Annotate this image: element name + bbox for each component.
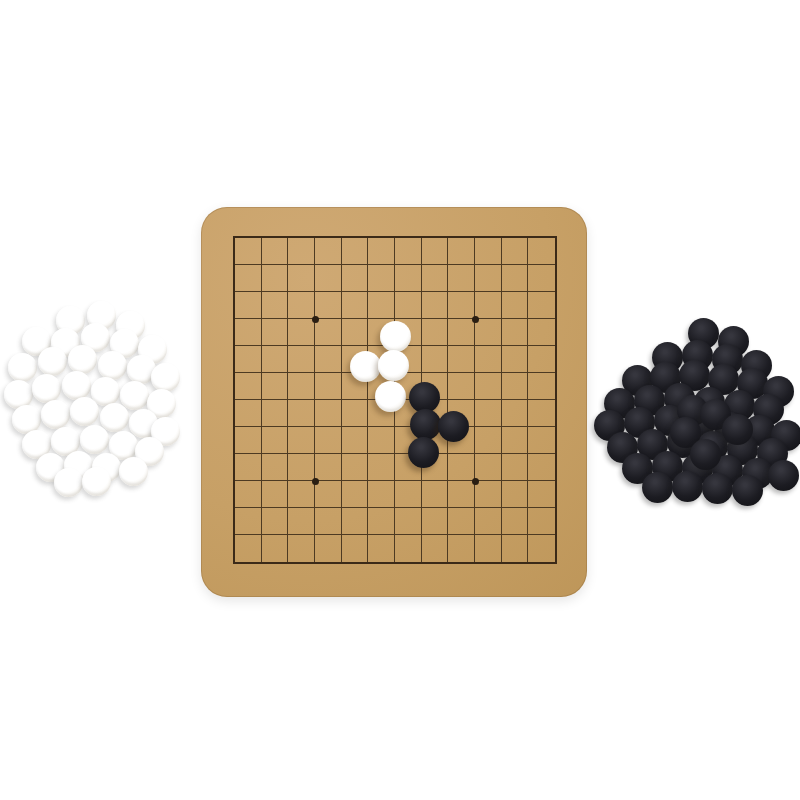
- board-cell: [528, 346, 555, 373]
- star-point: [312, 316, 319, 323]
- board-cell: [342, 427, 369, 454]
- board-cell: [528, 535, 555, 562]
- board-cell: [288, 346, 315, 373]
- board-cell: [395, 481, 422, 508]
- board-cell: [502, 481, 529, 508]
- board-cell: [528, 400, 555, 427]
- board-cell: [422, 481, 449, 508]
- board-cell: [288, 319, 315, 346]
- black-stone-pile: [597, 315, 797, 505]
- board-cell: [528, 373, 555, 400]
- board-cell: [315, 427, 342, 454]
- board-cell: [315, 400, 342, 427]
- board-cell: [502, 292, 529, 319]
- white-pile-stone: [120, 381, 149, 410]
- white-pile-stone: [82, 467, 111, 496]
- board-cell: [395, 292, 422, 319]
- board-cell: [528, 292, 555, 319]
- board-cell: [262, 535, 289, 562]
- board-cell: [368, 265, 395, 292]
- star-point: [472, 478, 479, 485]
- board-cell: [342, 319, 369, 346]
- board-cell: [262, 265, 289, 292]
- board-cell: [288, 373, 315, 400]
- board-cell: [422, 292, 449, 319]
- board-cell: [235, 373, 262, 400]
- board-cell: [288, 400, 315, 427]
- black-pile-stone: [722, 414, 753, 445]
- board-cell: [235, 427, 262, 454]
- board-cell: [288, 292, 315, 319]
- white-pile-stone: [8, 353, 37, 382]
- board-cell: [288, 454, 315, 481]
- board-cell: [448, 265, 475, 292]
- board-cell: [422, 535, 449, 562]
- board-cell: [315, 346, 342, 373]
- board-cell: [235, 346, 262, 373]
- board-cell: [342, 508, 369, 535]
- black-pile-stone: [672, 471, 703, 502]
- board-cell: [475, 481, 502, 508]
- board-cell: [315, 238, 342, 265]
- board-cell: [448, 508, 475, 535]
- board-cell: [235, 454, 262, 481]
- board-cell: [315, 535, 342, 562]
- star-point: [472, 316, 479, 323]
- board-cell: [475, 508, 502, 535]
- white-pile-stone: [68, 345, 97, 374]
- black-pile-stone: [732, 475, 763, 506]
- white-pile-stone: [119, 457, 148, 486]
- board-cell: [315, 481, 342, 508]
- white-pile-stone: [54, 468, 83, 497]
- board-cell: [475, 535, 502, 562]
- board-cell: [448, 292, 475, 319]
- board-cell: [368, 292, 395, 319]
- board-cell: [448, 346, 475, 373]
- black-board-stone: [408, 437, 439, 468]
- board-cell: [288, 265, 315, 292]
- board-cell: [288, 238, 315, 265]
- board-cell: [235, 535, 262, 562]
- board-cell: [342, 535, 369, 562]
- white-stone-pile: [8, 298, 178, 483]
- board-cell: [342, 238, 369, 265]
- board-cell: [528, 427, 555, 454]
- board-cell: [235, 238, 262, 265]
- board-cell: [342, 400, 369, 427]
- board-cell: [315, 373, 342, 400]
- board-cell: [368, 481, 395, 508]
- board-cell: [502, 346, 529, 373]
- board-cell: [395, 535, 422, 562]
- go-board-grid: [233, 236, 557, 564]
- board-cell: [235, 508, 262, 535]
- board-cell: [288, 427, 315, 454]
- board-cell: [235, 265, 262, 292]
- board-cell: [395, 238, 422, 265]
- board-cell: [288, 481, 315, 508]
- board-cell: [342, 265, 369, 292]
- board-cell: [502, 535, 529, 562]
- board-cell: [288, 508, 315, 535]
- board-cell: [422, 346, 449, 373]
- board-cell: [502, 454, 529, 481]
- board-cell: [342, 454, 369, 481]
- board-cell: [528, 238, 555, 265]
- board-cell: [368, 508, 395, 535]
- white-pile-stone: [100, 403, 129, 432]
- board-cell: [528, 265, 555, 292]
- board-cell: [235, 481, 262, 508]
- white-board-stone: [350, 351, 381, 382]
- board-cell: [368, 454, 395, 481]
- board-cell: [448, 373, 475, 400]
- board-cell: [502, 238, 529, 265]
- board-cell: [475, 400, 502, 427]
- black-board-stone: [409, 382, 440, 413]
- board-cell: [448, 454, 475, 481]
- black-board-stone: [438, 411, 469, 442]
- black-pile-stone: [702, 473, 733, 504]
- board-cell: [235, 292, 262, 319]
- board-cell: [475, 427, 502, 454]
- board-cell: [475, 265, 502, 292]
- white-pile-stone: [80, 425, 109, 454]
- white-pile-stone: [38, 347, 67, 376]
- board-cell: [262, 346, 289, 373]
- board-cell: [502, 373, 529, 400]
- board-cell: [315, 265, 342, 292]
- board-cell: [422, 238, 449, 265]
- board-cell: [475, 454, 502, 481]
- go-mat: [201, 207, 587, 597]
- board-cell: [475, 292, 502, 319]
- board-cell: [502, 427, 529, 454]
- white-pile-stone: [62, 371, 91, 400]
- board-cell: [448, 319, 475, 346]
- star-point: [312, 478, 319, 485]
- board-cell: [475, 319, 502, 346]
- white-pile-stone: [32, 374, 61, 403]
- board-cell: [315, 292, 342, 319]
- white-board-stone: [378, 350, 409, 381]
- board-cell: [342, 481, 369, 508]
- board-cell: [342, 292, 369, 319]
- board-cell: [395, 508, 422, 535]
- board-cell: [262, 319, 289, 346]
- board-cell: [262, 400, 289, 427]
- board-cell: [475, 346, 502, 373]
- black-pile-stone: [690, 439, 721, 470]
- board-cell: [502, 319, 529, 346]
- white-pile-stone: [41, 400, 70, 429]
- board-cell: [262, 454, 289, 481]
- board-cell: [315, 319, 342, 346]
- board-cell: [528, 508, 555, 535]
- board-cell: [502, 508, 529, 535]
- white-board-stone: [375, 381, 406, 412]
- board-cell: [502, 265, 529, 292]
- board-cell: [368, 427, 395, 454]
- board-cell: [262, 427, 289, 454]
- product-photo: [0, 0, 800, 800]
- board-cell: [262, 238, 289, 265]
- board-cell: [448, 481, 475, 508]
- black-pile-stone: [768, 460, 799, 491]
- board-cell: [368, 535, 395, 562]
- board-cell: [235, 400, 262, 427]
- board-cell: [262, 373, 289, 400]
- board-cell: [528, 481, 555, 508]
- white-board-stone: [380, 321, 411, 352]
- board-cell: [368, 238, 395, 265]
- board-cell: [235, 319, 262, 346]
- board-cell: [262, 292, 289, 319]
- board-cell: [262, 508, 289, 535]
- board-cell: [448, 238, 475, 265]
- board-cell: [528, 319, 555, 346]
- board-cell: [502, 400, 529, 427]
- board-cell: [475, 238, 502, 265]
- board-cell: [262, 481, 289, 508]
- white-pile-stone: [151, 363, 180, 392]
- board-cell: [395, 265, 422, 292]
- board-cell: [422, 319, 449, 346]
- board-cell: [422, 508, 449, 535]
- board-cell: [315, 454, 342, 481]
- black-pile-stone: [642, 472, 673, 503]
- board-cell: [475, 373, 502, 400]
- board-cell: [448, 535, 475, 562]
- black-board-stone: [410, 409, 441, 440]
- board-cell: [288, 535, 315, 562]
- board-cell: [422, 265, 449, 292]
- white-pile-stone: [70, 397, 99, 426]
- board-cell: [315, 508, 342, 535]
- white-pile-stone: [98, 351, 127, 380]
- board-cell: [528, 454, 555, 481]
